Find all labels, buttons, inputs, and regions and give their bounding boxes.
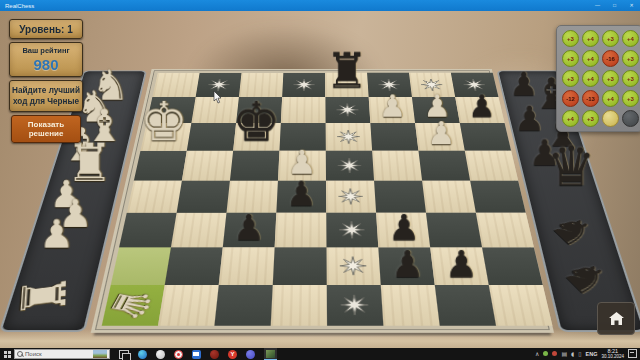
piece-black-k-c6[interactable]: ♚ [232,95,280,149]
captured-black-n: ♞ [552,255,622,302]
y-badge-icon[interactable]: Y [228,350,237,359]
notification-center-icon[interactable] [628,349,637,358]
square-b1[interactable] [158,285,219,326]
square-e8[interactable]: ♜ [325,73,368,97]
square-f7[interactable]: ♟ [368,97,414,123]
square-g4[interactable] [422,181,476,213]
square-c3[interactable]: ♟ [222,213,276,248]
piece-black-p-f2[interactable]: ♟ [391,245,424,282]
piece-white-k-a6[interactable]: ♚ [139,95,187,149]
square-g2[interactable]: ♟ [430,247,489,285]
task-view-button[interactable] [119,350,129,359]
square-d2[interactable] [272,247,326,285]
move-hint-star [338,256,367,276]
task-line1: Найдите лучший [11,85,81,96]
piece-black-p-c3[interactable]: ♟ [233,210,265,246]
move-hint-star [292,78,315,91]
score-cell-r2c2[interactable]: +4 [582,50,599,67]
piece-black-p-f3[interactable]: ♟ [388,210,420,246]
square-h2[interactable] [482,247,543,285]
piece-black-p-d4[interactable]: ♟ [286,176,317,210]
move-hint-star [336,157,362,173]
taskbar: Поиск Y ∧ ▤ ◖ ▯ ENG 8:21 30.10.2024 [0,348,640,360]
close-button[interactable]: ✕ [623,0,640,11]
captured-white-r: ♜ [10,273,72,319]
tray-battery-icon[interactable]: ▯ [578,349,581,359]
score-cell-r3c3[interactable]: +3 [602,70,619,87]
square-g5[interactable] [418,151,470,181]
square-c5[interactable] [230,151,280,181]
piece-black-p-h7[interactable]: ♟ [468,91,496,122]
rating-label: Ваш рейтинг [10,43,82,55]
score-panel: +3+4+3+4+3+4-16+3+3+4+3+3-12-13+4+3+4+3 [556,25,640,132]
score-cell-r1c3[interactable]: +3 [602,30,619,47]
target-app-icon[interactable] [174,350,183,359]
square-b3[interactable] [171,213,227,248]
indigo-app-icon[interactable] [246,350,255,359]
clock[interactable]: 8:21 30.10.2024 [601,349,624,359]
square-c2[interactable] [218,247,274,285]
window-title: RealChess [0,3,589,9]
captured-black-n: ♞ [541,210,608,252]
square-b6[interactable] [186,123,235,151]
tray-network-icon[interactable]: ▤ [561,349,567,359]
move-hint-star [337,188,364,205]
board-frame: ♜♟♟♟♚♚♟♟♟♟♟♟♟♛ [94,70,550,330]
edge-icon[interactable] [138,350,147,359]
realchess-taskbar-tile[interactable] [264,348,277,360]
score-cell-r5c3[interactable] [602,110,619,127]
task-box: Найдите лучший ход для Черные [9,80,83,112]
realchess-app-icon [266,350,275,358]
score-cell-r4c4[interactable]: +3 [622,90,639,107]
score-cell-r3c4[interactable]: +3 [622,70,639,87]
tray-volume-icon[interactable]: ◖ [571,349,574,359]
square-f1[interactable] [380,285,439,326]
search-placeholder: Поиск [25,351,91,357]
language-indicator[interactable]: ENG [586,351,598,357]
square-h5[interactable] [464,151,517,181]
square-a6[interactable]: ♚ [140,123,191,151]
square-d4[interactable]: ♟ [276,181,326,213]
title-bar: RealChess — □ ✕ [0,0,640,11]
piece-black-p-g2[interactable]: ♟ [444,245,477,282]
score-cell-r1c2[interactable]: +4 [582,30,599,47]
fallen-piece-white-q: ♛ [99,285,161,325]
square-a5[interactable] [134,151,187,181]
weather-thumbnail [93,350,107,358]
square-a4[interactable] [126,181,181,213]
square-d1[interactable] [270,285,326,326]
score-cell-r4c3[interactable]: +4 [602,90,619,107]
mouse-cursor [213,90,222,108]
square-e6[interactable] [325,123,372,151]
clock-date: 30.10.2024 [601,355,624,360]
square-g1[interactable] [434,285,495,326]
tray-red-dot-icon[interactable] [552,351,557,356]
square-d3[interactable] [274,213,326,248]
square-e7[interactable] [325,97,370,123]
square-e1[interactable] [326,285,383,326]
score-cell-r2c4[interactable]: +3 [622,50,639,67]
start-button[interactable] [0,351,14,358]
square-c1[interactable] [214,285,272,326]
level-label: Уровень: 1 [9,19,83,39]
square-h7[interactable]: ♟ [455,97,504,123]
photos-icon[interactable] [156,350,165,359]
home-icon [608,311,625,326]
square-a2[interactable] [110,247,170,285]
score-cell-r3c2[interactable]: +4 [582,70,599,87]
square-b2[interactable] [164,247,222,285]
search-icon [17,351,23,357]
captured-black-q: ♛ [547,139,596,194]
maximize-button[interactable]: □ [606,0,623,11]
score-cell-r5c4[interactable] [622,110,639,127]
realchess-window: RealChess — □ ✕ ♞♞♝♝♜♟♟♟♜ ♜♟♟♟♚♚♟♟♟♟♟♟♟♛… [0,0,640,360]
captured-black-p: ♟ [514,102,545,136]
task-line2: ход для Черные [11,96,81,107]
square-h3[interactable] [476,213,534,248]
square-b4[interactable] [176,181,229,213]
square-c6[interactable]: ♚ [233,123,281,151]
move-hint-star [336,129,361,144]
square-h6[interactable] [460,123,511,151]
square-h1[interactable] [488,285,552,326]
square-a3[interactable] [119,213,177,248]
score-cell-r5c2[interactable]: +3 [582,110,599,127]
move-hint-star [337,220,365,239]
score-cell-r5c1[interactable]: +4 [562,110,579,127]
tray-green-dot-icon[interactable] [543,351,548,356]
home-button[interactable] [597,302,635,335]
square-e4[interactable] [326,181,376,213]
board-stage: ♞♞♝♝♜♟♟♟♜ ♜♟♟♟♚♚♟♟♟♟♟♟♟♛ ♟♝♟♝♟♛♞♞ [0,11,640,348]
minimize-button[interactable]: — [589,0,606,11]
piece-white-p-f7[interactable]: ♟ [378,91,406,122]
score-cell-r1c1[interactable]: +3 [562,30,579,47]
score-cell-r2c3[interactable]: -16 [602,50,619,67]
square-e3[interactable] [326,213,378,248]
piece-black-r-e8[interactable]: ♜ [325,47,369,96]
score-cell-r2c1[interactable]: +3 [562,50,579,67]
square-a1[interactable]: ♛ [101,285,164,326]
square-f5[interactable] [372,151,422,181]
score-cell-r4c2[interactable]: -13 [582,90,599,107]
rating-box: Ваш рейтинг 980 [9,42,83,77]
chess-board: ♜♟♟♟♚♚♟♟♟♟♟♟♟♛ [101,73,552,326]
square-e2[interactable] [326,247,380,285]
piece-white-p-g6[interactable]: ♟ [427,117,456,149]
score-cell-r4c1[interactable]: -12 [562,90,579,107]
square-g6[interactable]: ♟ [415,123,465,151]
score-cell-r3c1[interactable]: +3 [562,70,579,87]
captured-white-p: ♟ [39,215,74,254]
square-b5[interactable] [182,151,233,181]
puzzle-panel: Уровень: 1 Ваш рейтинг 980 Найдите лучши… [9,19,83,143]
rating-value: 980 [10,55,82,76]
move-hint-star [339,294,370,316]
windows-logo-icon [4,351,11,358]
score-cell-r1c4[interactable]: +4 [622,30,639,47]
game-scene: ♞♞♝♝♜♟♟♟♜ ♜♟♟♟♚♚♟♟♟♟♟♟♟♛ ♟♝♟♝♟♛♞♞ Уровен… [0,11,640,348]
move-hint-star [335,103,359,117]
table-plane: ♞♞♝♝♜♟♟♟♜ ♜♟♟♟♚♚♟♟♟♟♟♟♟♛ ♟♝♟♝♟♛♞♞ [0,70,640,328]
square-f2[interactable]: ♟ [378,247,434,285]
tray-chevron-icon[interactable]: ∧ [535,349,539,359]
dark-red-app-icon[interactable] [210,350,219,359]
show-solution-button[interactable]: Показать решение [11,115,81,143]
square-h4[interactable] [470,181,526,213]
search-box[interactable]: Поиск [14,349,110,359]
mail-icon[interactable] [192,350,201,359]
square-d7[interactable] [281,97,326,123]
square-f6[interactable] [370,123,418,151]
square-e5[interactable] [325,151,373,181]
square-d8[interactable] [282,73,325,97]
